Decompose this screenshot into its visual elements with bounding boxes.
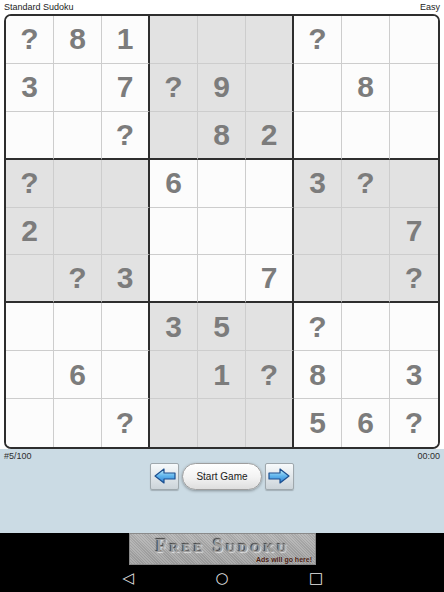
sudoku-cell-r1c5[interactable] [198,16,246,64]
sudoku-cell-r7c1[interactable] [6,303,54,351]
back-icon[interactable]: ◁ [120,571,136,586]
footer-area: Free Sudoku Ads will go here! ◁ ○ □ [0,533,444,592]
sudoku-cell-r6c8[interactable] [342,255,390,303]
sudoku-cell-r2c3[interactable]: 7 [102,64,150,112]
recents-icon[interactable]: □ [308,571,324,586]
timer-label: 00:00 [417,451,440,461]
start-game-button[interactable]: Start Game [182,463,261,490]
sudoku-cell-r2c7[interactable] [294,64,342,112]
sudoku-cell-r7c2[interactable] [54,303,102,351]
home-icon[interactable]: ○ [214,571,230,586]
sudoku-cell-r9c1[interactable] [6,399,54,447]
app-title: Standard Sudoku [4,2,74,12]
sudoku-cell-r3c8[interactable] [342,112,390,160]
sudoku-cell-r3c1[interactable] [6,112,54,160]
difficulty-label: Easy [420,2,440,12]
sudoku-cell-r5c7[interactable] [294,208,342,256]
sudoku-cell-r4c2[interactable] [54,160,102,208]
sudoku-cell-r4c3[interactable] [102,160,150,208]
sudoku-cell-r4c6[interactable] [246,160,294,208]
sudoku-cell-r6c2[interactable]: ? [54,255,102,303]
right-arrow-icon [267,467,291,485]
sudoku-cell-r5c3[interactable] [102,208,150,256]
sudoku-cell-r6c6[interactable]: 7 [246,255,294,303]
sudoku-cell-r7c8[interactable] [342,303,390,351]
sudoku-cell-r6c1[interactable] [6,255,54,303]
sudoku-cell-r4c4[interactable]: 6 [150,160,198,208]
sudoku-cell-r6c7[interactable] [294,255,342,303]
sudoku-cell-r4c1[interactable]: ? [6,160,54,208]
sudoku-cell-r7c5[interactable]: 5 [198,303,246,351]
sudoku-cell-r9c9[interactable]: ? [390,399,438,447]
sudoku-cell-r4c7[interactable]: 3 [294,160,342,208]
left-arrow-icon [153,467,177,485]
sudoku-cell-r5c9[interactable]: 7 [390,208,438,256]
sudoku-cell-r1c8[interactable] [342,16,390,64]
sudoku-cell-r9c2[interactable] [54,399,102,447]
sudoku-cell-r1c9[interactable] [390,16,438,64]
sudoku-cell-r6c3[interactable]: 3 [102,255,150,303]
puzzle-index-label: #5/100 [4,451,32,461]
sudoku-cell-r1c2[interactable]: 8 [54,16,102,64]
sudoku-cell-r8c3[interactable] [102,351,150,399]
sudoku-cell-r2c8[interactable]: 8 [342,64,390,112]
sudoku-cell-r2c2[interactable] [54,64,102,112]
sudoku-cell-r7c4[interactable]: 3 [150,303,198,351]
sudoku-cell-r8c4[interactable] [150,351,198,399]
sudoku-cell-r5c8[interactable] [342,208,390,256]
sudoku-cell-r5c5[interactable] [198,208,246,256]
sudoku-cell-r9c8[interactable]: 6 [342,399,390,447]
sudoku-cell-r9c7[interactable]: 5 [294,399,342,447]
sudoku-cell-r1c4[interactable] [150,16,198,64]
start-game-label: Start Game [196,471,247,482]
sudoku-cell-r3c3[interactable]: ? [102,112,150,160]
ad-banner-caption: Ads will go here! [256,556,312,563]
sudoku-cell-r6c4[interactable] [150,255,198,303]
sudoku-cell-r5c6[interactable] [246,208,294,256]
sudoku-cell-r8c7[interactable]: 8 [294,351,342,399]
sudoku-cell-r1c3[interactable]: 1 [102,16,150,64]
sudoku-cell-r3c6[interactable]: 2 [246,112,294,160]
sudoku-cell-r2c6[interactable] [246,64,294,112]
sudoku-cell-r5c2[interactable] [54,208,102,256]
ad-banner-title: Free Sudoku [130,536,315,557]
sudoku-cell-r3c5[interactable]: 8 [198,112,246,160]
sudoku-cell-r2c1[interactable]: 3 [6,64,54,112]
sudoku-cell-r1c7[interactable]: ? [294,16,342,64]
android-nav-bar: ◁ ○ □ [0,565,444,592]
sudoku-cell-r3c4[interactable] [150,112,198,160]
sudoku-cell-r8c8[interactable] [342,351,390,399]
sudoku-cell-r4c9[interactable] [390,160,438,208]
sudoku-cell-r8c6[interactable]: ? [246,351,294,399]
sudoku-cell-r7c3[interactable] [102,303,150,351]
sudoku-cell-r5c1[interactable]: 2 [6,208,54,256]
sudoku-cell-r3c7[interactable] [294,112,342,160]
sudoku-board: ?81?37?98?82?63?27?37?35?61?83?56? [4,14,440,449]
sudoku-cell-r9c3[interactable]: ? [102,399,150,447]
sudoku-cell-r6c5[interactable] [198,255,246,303]
sudoku-cell-r8c2[interactable]: 6 [54,351,102,399]
sudoku-cell-r9c6[interactable] [246,399,294,447]
sudoku-cell-r2c5[interactable]: 9 [198,64,246,112]
sudoku-cell-r1c6[interactable] [246,16,294,64]
sudoku-cell-r2c4[interactable]: ? [150,64,198,112]
sudoku-cell-r3c9[interactable] [390,112,438,160]
sudoku-cell-r6c9[interactable]: ? [390,255,438,303]
previous-puzzle-button[interactable] [150,463,179,490]
next-puzzle-button[interactable] [265,463,294,490]
sudoku-cell-r1c1[interactable]: ? [6,16,54,64]
sudoku-cell-r9c4[interactable] [150,399,198,447]
sudoku-cell-r2c9[interactable] [390,64,438,112]
ad-banner[interactable]: Free Sudoku Ads will go here! [129,533,316,565]
game-controls: Start Game [0,462,444,490]
sudoku-cell-r8c5[interactable]: 1 [198,351,246,399]
sudoku-cell-r7c7[interactable]: ? [294,303,342,351]
title-bar: Standard Sudoku Easy [0,0,444,13]
sudoku-cell-r4c5[interactable] [198,160,246,208]
sudoku-cell-r3c2[interactable] [54,112,102,160]
sudoku-cell-r7c6[interactable] [246,303,294,351]
sudoku-cell-r7c9[interactable] [390,303,438,351]
sudoku-cell-r5c4[interactable] [150,208,198,256]
sudoku-cell-r9c5[interactable] [198,399,246,447]
sudoku-cell-r8c1[interactable] [6,351,54,399]
sudoku-cell-r8c9[interactable]: 3 [390,351,438,399]
sudoku-cell-r4c8[interactable]: ? [342,160,390,208]
app-screen: Standard Sudoku Easy ?81?37?98?82?63?27?… [0,0,444,592]
